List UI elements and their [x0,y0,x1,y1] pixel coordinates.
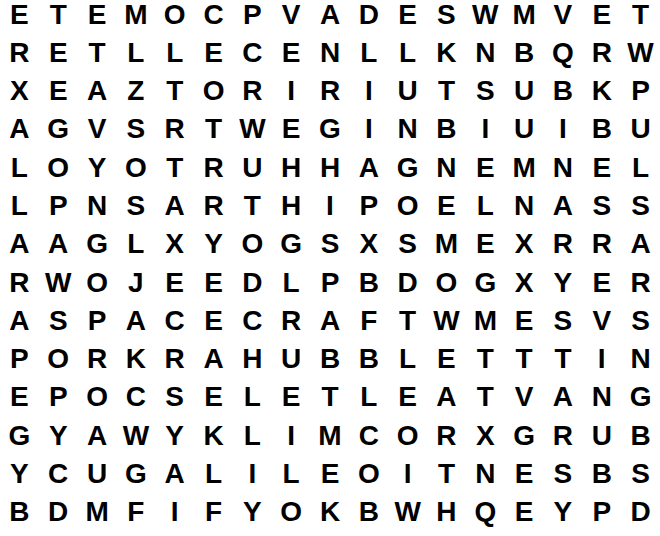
grid-cell-r1c11[interactable]: E [388,0,427,38]
grid-cell-r12c2[interactable]: Y [39,421,78,459]
grid-cell-r13c17[interactable]: S [621,459,660,497]
grid-cell-r12c17[interactable]: B [621,421,660,459]
grid-cell-r8c5[interactable]: E [155,268,194,306]
grid-cell-r14c6[interactable]: F [194,498,233,536]
grid-cell-r1c16[interactable]: E [582,0,621,38]
grid-cell-r11c6[interactable]: E [194,383,233,421]
grid-cell-r9c13[interactable]: M [466,306,505,344]
grid-cell-r7c3[interactable]: G [78,230,117,268]
grid-cell-r6c1[interactable]: L [0,191,39,229]
grid-cell-r10c10[interactable]: B [349,345,388,383]
grid-cell-r9c5[interactable]: C [155,306,194,344]
grid-cell-r9c9[interactable]: A [311,306,350,344]
grid-cell-r14c14[interactable]: E [505,498,544,536]
grid-cell-r6c13[interactable]: L [466,191,505,229]
grid-cell-r5c5[interactable]: T [155,153,194,191]
grid-cell-r4c12[interactable]: B [427,115,466,153]
grid-cell-r1c5[interactable]: O [155,0,194,38]
grid-cell-r11c10[interactable]: L [349,383,388,421]
grid-cell-r4c17[interactable]: U [621,115,660,153]
grid-cell-r3c5[interactable]: T [155,77,194,115]
grid-cell-r14c12[interactable]: H [427,498,466,536]
grid-cell-r2c4[interactable]: L [116,38,155,76]
grid-cell-r12c3[interactable]: A [78,421,117,459]
grid-cell-r1c15[interactable]: V [544,0,583,38]
grid-cell-r6c8[interactable]: H [272,191,311,229]
grid-cell-r6c10[interactable]: P [349,191,388,229]
grid-cell-r8c15[interactable]: Y [544,268,583,306]
grid-cell-r13c3[interactable]: U [78,459,117,497]
grid-cell-r4c9[interactable]: G [311,115,350,153]
grid-cell-r13c7[interactable]: I [233,459,272,497]
grid-cell-r4c6[interactable]: T [194,115,233,153]
grid-cell-r9c10[interactable]: F [349,306,388,344]
grid-cell-r1c12[interactable]: S [427,0,466,38]
grid-cell-r12c1[interactable]: G [0,421,39,459]
grid-cell-r3c16[interactable]: K [582,77,621,115]
grid-cell-r5c8[interactable]: H [272,153,311,191]
grid-cell-r2c8[interactable]: E [272,38,311,76]
grid-cell-r7c15[interactable]: R [544,230,583,268]
grid-cell-r1c7[interactable]: P [233,0,272,38]
grid-cell-r9c2[interactable]: S [39,306,78,344]
grid-cell-r7c12[interactable]: M [427,230,466,268]
grid-cell-r6c4[interactable]: S [116,191,155,229]
grid-cell-r11c7[interactable]: L [233,383,272,421]
grid-cell-r8c3[interactable]: O [78,268,117,306]
grid-cell-r3c4[interactable]: Z [116,77,155,115]
grid-cell-r7c2[interactable]: A [39,230,78,268]
grid-cell-r5c9[interactable]: H [311,153,350,191]
grid-cell-r5c14[interactable]: M [505,153,544,191]
grid-cell-r12c5[interactable]: Y [155,421,194,459]
grid-cell-r1c13[interactable]: W [466,0,505,38]
grid-cell-r13c2[interactable]: C [39,459,78,497]
grid-cell-r7c13[interactable]: E [466,230,505,268]
grid-cell-r11c17[interactable]: G [621,383,660,421]
grid-cell-r5c11[interactable]: G [388,153,427,191]
grid-cell-r6c7[interactable]: T [233,191,272,229]
grid-cell-r9c15[interactable]: S [544,306,583,344]
grid-cell-r12c12[interactable]: R [427,421,466,459]
grid-cell-r13c16[interactable]: B [582,459,621,497]
grid-cell-r6c15[interactable]: A [544,191,583,229]
grid-cell-r7c8[interactable]: G [272,230,311,268]
grid-cell-r5c16[interactable]: E [582,153,621,191]
grid-cell-r14c15[interactable]: Y [544,498,583,536]
grid-cell-r1c6[interactable]: C [194,0,233,38]
grid-cell-r3c10[interactable]: I [349,77,388,115]
grid-cell-r13c1[interactable]: Y [0,459,39,497]
grid-cell-r9c7[interactable]: C [233,306,272,344]
grid-cell-r5c10[interactable]: A [349,153,388,191]
grid-cell-r14c16[interactable]: P [582,498,621,536]
grid-cell-r11c8[interactable]: E [272,383,311,421]
grid-cell-r10c2[interactable]: O [39,345,78,383]
grid-cell-r6c6[interactable]: R [194,191,233,229]
grid-cell-r12c6[interactable]: K [194,421,233,459]
grid-cell-r14c10[interactable]: B [349,498,388,536]
grid-cell-r8c6[interactable]: E [194,268,233,306]
grid-cell-r1c8[interactable]: V [272,0,311,38]
grid-cell-r9c11[interactable]: T [388,306,427,344]
grid-cell-r11c16[interactable]: N [582,383,621,421]
grid-cell-r14c7[interactable]: Y [233,498,272,536]
grid-cell-r12c10[interactable]: C [349,421,388,459]
grid-cell-r9c16[interactable]: V [582,306,621,344]
grid-cell-r9c8[interactable]: R [272,306,311,344]
grid-cell-r7c14[interactable]: X [505,230,544,268]
grid-cell-r4c13[interactable]: I [466,115,505,153]
grid-cell-r10c5[interactable]: R [155,345,194,383]
grid-cell-r3c12[interactable]: T [427,77,466,115]
grid-cell-r14c5[interactable]: I [155,498,194,536]
grid-cell-r5c12[interactable]: N [427,153,466,191]
grid-cell-r1c1[interactable]: E [0,0,39,38]
grid-cell-r13c6[interactable]: L [194,459,233,497]
grid-cell-r12c15[interactable]: R [544,421,583,459]
grid-cell-r3c15[interactable]: B [544,77,583,115]
word-search-grid: ETEMOCPVADESWMVETRETLLECENLLKNBQRWXEAZTO… [0,0,660,536]
grid-cell-r5c1[interactable]: L [0,153,39,191]
grid-cell-r13c5[interactable]: A [155,459,194,497]
grid-cell-r11c12[interactable]: A [427,383,466,421]
grid-cell-r3c11[interactable]: U [388,77,427,115]
grid-cell-r2c5[interactable]: L [155,38,194,76]
grid-cell-r12c14[interactable]: G [505,421,544,459]
grid-cell-r10c17[interactable]: N [621,345,660,383]
grid-cell-r10c9[interactable]: B [311,345,350,383]
grid-cell-r9c6[interactable]: E [194,306,233,344]
grid-cell-r14c2[interactable]: D [39,498,78,536]
grid-cell-r6c3[interactable]: N [78,191,117,229]
grid-cell-r4c14[interactable]: U [505,115,544,153]
grid-cell-r13c15[interactable]: S [544,459,583,497]
grid-cell-r14c8[interactable]: O [272,498,311,536]
grid-cell-r11c11[interactable]: E [388,383,427,421]
grid-cell-r4c1[interactable]: A [0,115,39,153]
grid-cell-r5c7[interactable]: U [233,153,272,191]
grid-cell-r6c12[interactable]: E [427,191,466,229]
grid-cell-r11c9[interactable]: T [311,383,350,421]
grid-cell-r12c7[interactable]: L [233,421,272,459]
grid-cell-r13c8[interactable]: L [272,459,311,497]
grid-cell-r8c14[interactable]: X [505,268,544,306]
grid-cell-r2c17[interactable]: W [621,38,660,76]
grid-cell-r7c16[interactable]: R [582,230,621,268]
grid-cell-r12c9[interactable]: M [311,421,350,459]
grid-cell-r3c3[interactable]: A [78,77,117,115]
grid-cell-r10c11[interactable]: L [388,345,427,383]
grid-cell-r12c8[interactable]: I [272,421,311,459]
grid-cell-r10c1[interactable]: P [0,345,39,383]
grid-cell-r9c4[interactable]: A [116,306,155,344]
grid-cell-r13c4[interactable]: G [116,459,155,497]
grid-cell-r4c15[interactable]: I [544,115,583,153]
grid-cell-r6c5[interactable]: A [155,191,194,229]
grid-cell-r10c14[interactable]: T [505,345,544,383]
grid-cell-r12c16[interactable]: U [582,421,621,459]
grid-cell-r14c11[interactable]: W [388,498,427,536]
grid-cell-r7c4[interactable]: L [116,230,155,268]
grid-cell-r4c7[interactable]: W [233,115,272,153]
grid-cell-r5c13[interactable]: E [466,153,505,191]
grid-cell-r11c13[interactable]: T [466,383,505,421]
grid-cell-r10c4[interactable]: K [116,345,155,383]
grid-cell-r4c3[interactable]: V [78,115,117,153]
grid-cell-r11c3[interactable]: O [78,383,117,421]
grid-cell-r2c3[interactable]: T [78,38,117,76]
grid-cell-r4c5[interactable]: R [155,115,194,153]
grid-cell-r2c1[interactable]: R [0,38,39,76]
grid-cell-r13c14[interactable]: E [505,459,544,497]
grid-cell-r6c17[interactable]: S [621,191,660,229]
grid-cell-r8c9[interactable]: P [311,268,350,306]
grid-cell-r10c15[interactable]: T [544,345,583,383]
grid-cell-r9c12[interactable]: W [427,306,466,344]
grid-cell-r2c12[interactable]: K [427,38,466,76]
grid-cell-r1c4[interactable]: M [116,0,155,38]
grid-cell-r3c6[interactable]: O [194,77,233,115]
grid-cell-r2c13[interactable]: N [466,38,505,76]
grid-cell-r8c11[interactable]: D [388,268,427,306]
grid-cell-r6c2[interactable]: P [39,191,78,229]
grid-cell-r9c14[interactable]: E [505,306,544,344]
grid-cell-r4c10[interactable]: I [349,115,388,153]
grid-cell-r11c5[interactable]: S [155,383,194,421]
grid-cell-r1c3[interactable]: E [78,0,117,38]
grid-cell-r13c9[interactable]: E [311,459,350,497]
grid-cell-r11c2[interactable]: P [39,383,78,421]
grid-cell-r11c14[interactable]: V [505,383,544,421]
grid-cell-r3c14[interactable]: U [505,77,544,115]
grid-cell-r7c10[interactable]: X [349,230,388,268]
grid-cell-r6c16[interactable]: S [582,191,621,229]
grid-cell-r14c9[interactable]: K [311,498,350,536]
grid-cell-r14c17[interactable]: D [621,498,660,536]
grid-cell-r10c6[interactable]: A [194,345,233,383]
grid-cell-r7c7[interactable]: O [233,230,272,268]
grid-cell-r11c15[interactable]: A [544,383,583,421]
grid-cell-r2c10[interactable]: L [349,38,388,76]
grid-cell-r8c13[interactable]: G [466,268,505,306]
grid-cell-r4c2[interactable]: G [39,115,78,153]
grid-cell-r6c9[interactable]: I [311,191,350,229]
grid-cell-r3c13[interactable]: S [466,77,505,115]
grid-cell-r4c16[interactable]: B [582,115,621,153]
grid-cell-r5c2[interactable]: O [39,153,78,191]
grid-cell-r2c11[interactable]: L [388,38,427,76]
grid-cell-r9c17[interactable]: S [621,306,660,344]
grid-cell-r3c9[interactable]: R [311,77,350,115]
grid-cell-r3c7[interactable]: R [233,77,272,115]
grid-cell-r1c14[interactable]: M [505,0,544,38]
grid-cell-r10c8[interactable]: U [272,345,311,383]
grid-cell-r4c11[interactable]: N [388,115,427,153]
grid-cell-r4c4[interactable]: S [116,115,155,153]
grid-cell-r13c12[interactable]: T [427,459,466,497]
grid-cell-r5c4[interactable]: O [116,153,155,191]
grid-cell-r2c14[interactable]: B [505,38,544,76]
grid-cell-r1c9[interactable]: A [311,0,350,38]
grid-cell-r7c1[interactable]: A [0,230,39,268]
grid-cell-r10c7[interactable]: H [233,345,272,383]
grid-cell-r1c10[interactable]: D [349,0,388,38]
grid-cell-r6c11[interactable]: O [388,191,427,229]
grid-cell-r5c17[interactable]: L [621,153,660,191]
grid-cell-r8c10[interactable]: B [349,268,388,306]
grid-cell-r8c16[interactable]: E [582,268,621,306]
grid-cell-r2c7[interactable]: C [233,38,272,76]
grid-cell-r13c13[interactable]: N [466,459,505,497]
grid-cell-r2c2[interactable]: E [39,38,78,76]
grid-cell-r6c14[interactable]: N [505,191,544,229]
grid-cell-r3c2[interactable]: E [39,77,78,115]
grid-cell-r5c6[interactable]: R [194,153,233,191]
grid-cell-r14c1[interactable]: B [0,498,39,536]
grid-cell-r10c13[interactable]: T [466,345,505,383]
grid-cell-r3c8[interactable]: I [272,77,311,115]
grid-cell-r8c1[interactable]: R [0,268,39,306]
grid-cell-r5c15[interactable]: N [544,153,583,191]
grid-cell-r12c11[interactable]: O [388,421,427,459]
grid-cell-r7c5[interactable]: X [155,230,194,268]
grid-cell-r7c11[interactable]: S [388,230,427,268]
grid-cell-r8c4[interactable]: J [116,268,155,306]
grid-cell-r2c16[interactable]: R [582,38,621,76]
grid-cell-r5c3[interactable]: Y [78,153,117,191]
grid-cell-r1c2[interactable]: T [39,0,78,38]
grid-cell-r7c6[interactable]: Y [194,230,233,268]
grid-cell-r7c9[interactable]: S [311,230,350,268]
grid-cell-r8c17[interactable]: R [621,268,660,306]
grid-cell-r9c1[interactable]: A [0,306,39,344]
grid-cell-r3c17[interactable]: P [621,77,660,115]
grid-cell-r8c12[interactable]: O [427,268,466,306]
grid-cell-r10c12[interactable]: E [427,345,466,383]
grid-cell-r2c6[interactable]: E [194,38,233,76]
grid-cell-r13c11[interactable]: I [388,459,427,497]
grid-cell-r8c7[interactable]: D [233,268,272,306]
grid-cell-r12c4[interactable]: W [116,421,155,459]
grid-cell-r14c13[interactable]: Q [466,498,505,536]
grid-cell-r14c4[interactable]: F [116,498,155,536]
grid-cell-r4c8[interactable]: E [272,115,311,153]
grid-cell-r10c3[interactable]: R [78,345,117,383]
grid-cell-r1c17[interactable]: T [621,0,660,38]
grid-cell-r14c3[interactable]: M [78,498,117,536]
grid-cell-r3c1[interactable]: X [0,77,39,115]
grid-cell-r2c9[interactable]: N [311,38,350,76]
grid-cell-r12c13[interactable]: X [466,421,505,459]
grid-cell-r10c16[interactable]: I [582,345,621,383]
grid-cell-r7c17[interactable]: A [621,230,660,268]
grid-cell-r2c15[interactable]: Q [544,38,583,76]
grid-cell-r11c4[interactable]: C [116,383,155,421]
grid-cell-r11c1[interactable]: E [0,383,39,421]
grid-cell-r8c8[interactable]: L [272,268,311,306]
grid-cell-r8c2[interactable]: W [39,268,78,306]
grid-cell-r9c3[interactable]: P [78,306,117,344]
grid-cell-r13c10[interactable]: O [349,459,388,497]
